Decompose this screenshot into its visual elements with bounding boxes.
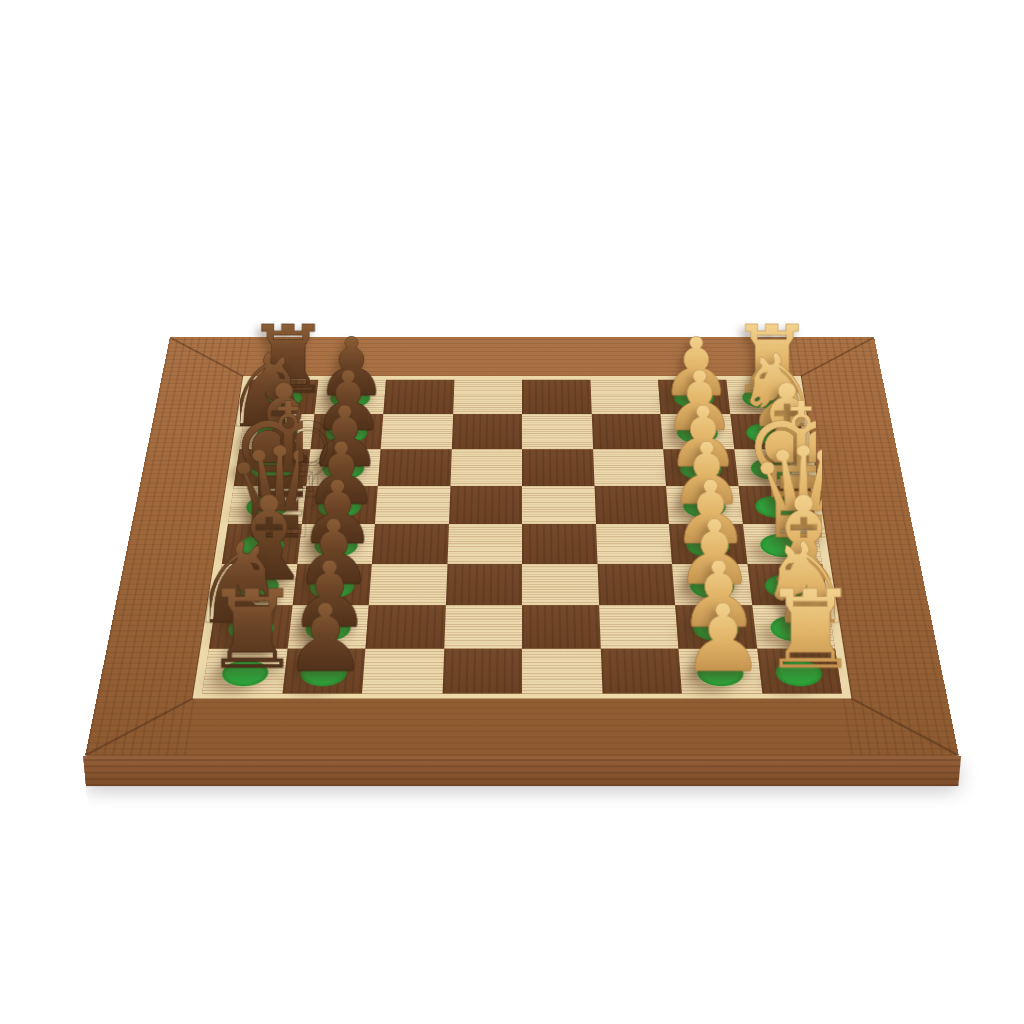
frame-miter-bottom-right: [842, 694, 959, 756]
black-pawn-a7: ♟: [283, 592, 363, 685]
square-f5: [450, 449, 522, 486]
square-h6: [383, 380, 454, 414]
square-f4: [522, 449, 594, 486]
square-h3: [590, 380, 661, 414]
square-c4: [522, 564, 599, 605]
square-e5: [449, 486, 523, 524]
square-c3: [597, 564, 675, 605]
chess-scene: ♜♟♟♜♞♟♟♞♝♟♟♝♚♟♟♚♛♟♟♛♝♟♟♝♞♟♟♞♜♟♟♜: [85, 337, 959, 755]
square-e3: [594, 486, 669, 524]
square-e6: [375, 486, 450, 524]
square-d5: [447, 524, 522, 564]
square-d3: [596, 524, 673, 564]
square-b4: [522, 605, 600, 648]
square-d4: [522, 524, 597, 564]
square-a4: [522, 648, 602, 693]
square-g3: [591, 414, 663, 449]
square-c6: [369, 564, 447, 605]
square-h4: [522, 380, 591, 414]
square-c5: [445, 564, 522, 605]
square-a2: ♟: [679, 648, 762, 693]
square-h5: [453, 380, 522, 414]
square-d6: [372, 524, 449, 564]
square-e4: [522, 486, 596, 524]
square-a5: [442, 648, 522, 693]
square-a6: [362, 648, 444, 693]
chess-board: ♜♟♟♜♞♟♟♞♝♟♟♝♚♟♟♚♛♟♟♛♝♟♟♝♞♟♟♞♜♟♟♜: [85, 337, 959, 755]
square-g4: [522, 414, 593, 449]
black-rook-a8: ♜: [203, 576, 283, 684]
product-photo-background: ♜♟♟♜♞♟♟♞♝♟♟♝♚♟♟♚♛♟♟♛♝♟♟♝♞♟♟♞♜♟♟♜: [0, 0, 1024, 1024]
white-rook-a1: ♜: [761, 576, 841, 684]
square-a1: ♜: [757, 648, 842, 693]
square-g5: [451, 414, 522, 449]
square-f6: [378, 449, 451, 486]
frame-miter-bottom-left: [85, 694, 202, 756]
playing-area: ♜♟♟♜♞♟♟♞♝♟♟♝♚♟♟♚♛♟♟♛♝♟♟♝♞♟♟♞♜♟♟♜: [193, 376, 852, 698]
square-f3: [593, 449, 666, 486]
square-b5: [444, 605, 522, 648]
square-a3: [600, 648, 682, 693]
square-g6: [381, 414, 453, 449]
square-b3: [599, 605, 679, 648]
square-a7: ♟: [282, 648, 365, 693]
square-b6: [365, 605, 445, 648]
white-pawn-a2: ♟: [681, 592, 761, 685]
square-a8: ♜: [202, 648, 287, 693]
board-front-edge: [83, 756, 961, 787]
